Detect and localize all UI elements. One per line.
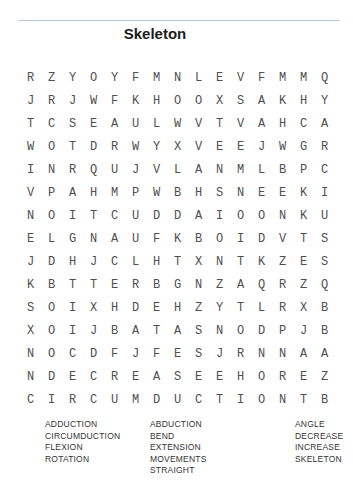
grid-cell-r3c6[interactable]: U [125,112,146,135]
grid-cell-r13c15[interactable]: A [314,342,335,365]
grid-cell-r11c14[interactable]: X [293,296,314,319]
grid-cell-r1c15[interactable]: Q [314,66,335,89]
grid-cell-r2c11[interactable]: S [230,89,251,112]
grid-cell-r13c5[interactable]: F [104,342,125,365]
grid-cell-r2c14[interactable]: H [293,89,314,112]
grid-cell-r10c3[interactable]: T [62,273,83,296]
grid-cell-r3c12[interactable]: A [251,112,272,135]
grid-cell-r14c11[interactable]: H [230,365,251,388]
grid-cell-r7c12[interactable]: O [251,204,272,227]
grid-cell-r7c10[interactable]: I [209,204,230,227]
grid-cell-r9c10[interactable]: N [209,250,230,273]
grid-cell-r12c8[interactable]: A [167,319,188,342]
grid-cell-r4c8[interactable]: X [167,135,188,158]
grid-cell-r7c5[interactable]: C [104,204,125,227]
grid-cell-r5c12[interactable]: L [251,158,272,181]
grid-cell-r12c1[interactable]: X [20,319,41,342]
grid-cell-r13c3[interactable]: C [62,342,83,365]
grid-cell-r6c14[interactable]: K [293,181,314,204]
grid-cell-r5c3[interactable]: R [62,158,83,181]
grid-cell-r11c10[interactable]: Y [209,296,230,319]
grid-cell-r5c13[interactable]: B [272,158,293,181]
grid-cell-r14c3[interactable]: E [62,365,83,388]
grid-cell-r14c9[interactable]: E [188,365,209,388]
grid-cell-r4c9[interactable]: V [188,135,209,158]
grid-cell-r15c3[interactable]: R [62,388,83,411]
grid-cell-r6c12[interactable]: E [251,181,272,204]
grid-cell-r1c9[interactable]: L [188,66,209,89]
grid-cell-r12c13[interactable]: P [272,319,293,342]
grid-cell-r9c11[interactable]: T [230,250,251,273]
grid-cell-r1c3[interactable]: Y [62,66,83,89]
grid-cell-r6c10[interactable]: S [209,181,230,204]
grid-cell-r11c5[interactable]: H [104,296,125,319]
grid-cell-r12c12[interactable]: D [251,319,272,342]
grid-cell-r1c11[interactable]: V [230,66,251,89]
grid-cell-r8c10[interactable]: O [209,227,230,250]
grid-cell-r7c8[interactable]: D [167,204,188,227]
grid-cell-r15c7[interactable]: D [146,388,167,411]
grid-cell-r5c1[interactable]: I [20,158,41,181]
page: Skeleton RZYOYFMNLEVFMMQJRJWFKHOOXSAKHYT… [0,0,353,500]
grid-cell-r10c11[interactable]: A [230,273,251,296]
grid-cell-r9c13[interactable]: Z [272,250,293,273]
grid-cell-r15c14[interactable]: T [293,388,314,411]
grid-cell-r10c9[interactable]: N [188,273,209,296]
grid-cell-r12c15[interactable]: B [314,319,335,342]
grid-cell-r8c2[interactable]: L [41,227,62,250]
grid-cell-r2c1[interactable]: J [20,89,41,112]
grid-cell-r9c2[interactable]: D [41,250,62,273]
grid-cell-r4c14[interactable]: G [293,135,314,158]
grid-cell-r12c6[interactable]: A [125,319,146,342]
grid-cell-r14c13[interactable]: R [272,365,293,388]
grid-cell-r14c12[interactable]: O [251,365,272,388]
grid-cell-r4c7[interactable]: Y [146,135,167,158]
grid-cell-r7c4[interactable]: T [83,204,104,227]
grid-cell-r8c6[interactable]: U [125,227,146,250]
grid-cell-r6c13[interactable]: E [272,181,293,204]
grid-cell-r2c6[interactable]: K [125,89,146,112]
grid-cell-r10c15[interactable]: Q [314,273,335,296]
grid-cell-r8c13[interactable]: V [272,227,293,250]
grid-cell-r7c7[interactable]: D [146,204,167,227]
grid-cell-r2c10[interactable]: X [209,89,230,112]
grid-cell-r1c1[interactable]: R [20,66,41,89]
grid-cell-r9c15[interactable]: S [314,250,335,273]
grid-cell-r11c7[interactable]: E [146,296,167,319]
grid-cell-r13c1[interactable]: N [20,342,41,365]
grid-cell-r1c12[interactable]: F [251,66,272,89]
grid-cell-r7c2[interactable]: O [41,204,62,227]
grid-cell-r2c8[interactable]: O [167,89,188,112]
grid-cell-r6c1[interactable]: V [20,181,41,204]
grid-cell-r5c14[interactable]: P [293,158,314,181]
word-list-item: MOVEMENTS [150,454,207,466]
word-list-column-3: ANGLE DECREASE INCREASE SKELETON [295,419,343,465]
grid-cell-r6c4[interactable]: H [83,181,104,204]
grid-cell-r2c13[interactable]: K [272,89,293,112]
grid-cell-r10c12[interactable]: Q [251,273,272,296]
word-list-column-2: ABDUCTION BEND EXTENSION MOVEMENTS STRAI… [150,419,207,477]
grid-cell-r6c5[interactable]: M [104,181,125,204]
grid-cell-r14c1[interactable]: N [20,365,41,388]
grid-cell-r15c13[interactable]: N [272,388,293,411]
grid-cell-r4c4[interactable]: D [83,135,104,158]
grid-cell-r3c8[interactable]: W [167,112,188,135]
grid-cell-r3c14[interactable]: C [293,112,314,135]
grid-cell-r9c12[interactable]: K [251,250,272,273]
grid-cell-r7c13[interactable]: N [272,204,293,227]
grid-cell-r15c10[interactable]: T [209,388,230,411]
word-list-item: ROTATION [45,454,120,466]
grid-cell-r10c4[interactable]: T [83,273,104,296]
grid-cell-r10c14[interactable]: Z [293,273,314,296]
grid-cell-r1c4[interactable]: O [83,66,104,89]
grid-cell-r11c2[interactable]: O [41,296,62,319]
grid-cell-r2c12[interactable]: A [251,89,272,112]
grid-cell-r14c2[interactable]: D [41,365,62,388]
grid-cell-r6c6[interactable]: P [125,181,146,204]
grid-cell-r9c7[interactable]: H [146,250,167,273]
grid-cell-r2c15[interactable]: Y [314,89,335,112]
grid-cell-r5c7[interactable]: V [146,158,167,181]
grid-cell-r14c6[interactable]: E [125,365,146,388]
grid-cell-r4c6[interactable]: W [125,135,146,158]
grid-cell-r8c8[interactable]: K [167,227,188,250]
grid-cell-r3c4[interactable]: E [83,112,104,135]
grid-cell-r2c9[interactable]: O [188,89,209,112]
grid-cell-r4c1[interactable]: W [20,135,41,158]
grid-cell-r11c13[interactable]: R [272,296,293,319]
grid-cell-r5c8[interactable]: L [167,158,188,181]
grid-cell-r15c5[interactable]: U [104,388,125,411]
grid-cell-r12c9[interactable]: S [188,319,209,342]
grid-cell-r11c8[interactable]: H [167,296,188,319]
grid-cell-r13c11[interactable]: R [230,342,251,365]
grid-cell-r15c8[interactable]: U [167,388,188,411]
grid-cell-r8c15[interactable]: S [314,227,335,250]
grid-cell-r11c11[interactable]: T [230,296,251,319]
grid-cell-r8c5[interactable]: A [104,227,125,250]
grid-cell-r6c7[interactable]: W [146,181,167,204]
grid-cell-r11c4[interactable]: X [83,296,104,319]
grid-cell-r8c11[interactable]: I [230,227,251,250]
grid-cell-r1c13[interactable]: M [272,66,293,89]
word-list-item: DECREASE [295,431,343,443]
grid-cell-r10c6[interactable]: R [125,273,146,296]
grid-cell-r11c12[interactable]: L [251,296,272,319]
grid-cell-r13c14[interactable]: A [293,342,314,365]
grid-cell-r8c14[interactable]: T [293,227,314,250]
grid-cell-r7c14[interactable]: K [293,204,314,227]
grid-cell-r2c2[interactable]: R [41,89,62,112]
grid-cell-r7c6[interactable]: U [125,204,146,227]
word-list-item: SKELETON [295,454,343,466]
grid-cell-r8c12[interactable]: D [251,227,272,250]
word-list-item: ADDUCTION [45,419,120,431]
grid-cell-r9c6[interactable]: L [125,250,146,273]
grid-cell-r7c15[interactable]: U [314,204,335,227]
grid-cell-r5c2[interactable]: N [41,158,62,181]
grid-cell-r13c6[interactable]: J [125,342,146,365]
header-divider [18,20,340,21]
grid-cell-r3c11[interactable]: V [230,112,251,135]
grid-cell-r9c5[interactable]: C [104,250,125,273]
word-list-item: EXTENSION [150,442,207,454]
grid-cell-r5c15[interactable]: C [314,158,335,181]
grid-cell-r8c9[interactable]: B [188,227,209,250]
grid-cell-r5c11[interactable]: M [230,158,251,181]
grid-cell-r5c6[interactable]: J [125,158,146,181]
grid-cell-r15c1[interactable]: C [20,388,41,411]
grid-cell-r7c3[interactable]: I [62,204,83,227]
grid-cell-r13c7[interactable]: F [146,342,167,365]
grid-cell-r14c5[interactable]: R [104,365,125,388]
grid-cell-r5c9[interactable]: A [188,158,209,181]
grid-cell-r12c3[interactable]: I [62,319,83,342]
grid-cell-r12c2[interactable]: O [41,319,62,342]
grid-cell-r3c15[interactable]: A [314,112,335,135]
word-list-item: STRAIGHT [150,465,207,477]
grid-cell-r11c3[interactable]: I [62,296,83,319]
grid-cell-r3c13[interactable]: H [272,112,293,135]
grid-cell-r1c7[interactable]: M [146,66,167,89]
grid-cell-r3c2[interactable]: C [41,112,62,135]
grid-cell-r2c7[interactable]: H [146,89,167,112]
grid-cell-r6c8[interactable]: B [167,181,188,204]
grid-cell-r13c4[interactable]: D [83,342,104,365]
grid-cell-r4c12[interactable]: J [251,135,272,158]
grid-cell-r13c2[interactable]: O [41,342,62,365]
grid-cell-r8c7[interactable]: F [146,227,167,250]
grid-cell-r1c5[interactable]: Y [104,66,125,89]
grid-cell-r4c5[interactable]: R [104,135,125,158]
grid-cell-r9c4[interactable]: J [83,250,104,273]
grid-cell-r11c1[interactable]: S [20,296,41,319]
grid-cell-r6c15[interactable]: I [314,181,335,204]
grid-cell-r8c4[interactable]: N [83,227,104,250]
grid-cell-r5c4[interactable]: Q [83,158,104,181]
grid-cell-r13c13[interactable]: N [272,342,293,365]
word-list-item: INCREASE [295,442,343,454]
grid-cell-r9c9[interactable]: X [188,250,209,273]
grid-cell-r4c3[interactable]: T [62,135,83,158]
grid-cell-r15c12[interactable]: O [251,388,272,411]
word-list-item: ANGLE [295,419,343,431]
grid-cell-r10c8[interactable]: G [167,273,188,296]
grid-cell-r15c15[interactable]: B [314,388,335,411]
grid-cell-r3c10[interactable]: T [209,112,230,135]
grid-cell-r3c5[interactable]: A [104,112,125,135]
grid-cell-r15c11[interactable]: I [230,388,251,411]
grid-cell-r6c11[interactable]: N [230,181,251,204]
word-list-item: FLEXION [45,442,120,454]
grid-cell-r15c4[interactable]: C [83,388,104,411]
grid-cell-r14c7[interactable]: A [146,365,167,388]
grid-cell-r12c4[interactable]: J [83,319,104,342]
grid-cell-r1c2[interactable]: Z [41,66,62,89]
word-list-item: BEND [150,431,207,443]
grid-cell-r13c10[interactable]: J [209,342,230,365]
puzzle-title: Skeleton [0,25,310,42]
grid-cell-r14c4[interactable]: C [83,365,104,388]
grid-cell-r10c2[interactable]: B [41,273,62,296]
grid-cell-r15c9[interactable]: C [188,388,209,411]
grid-cell-r13c12[interactable]: N [251,342,272,365]
grid-cell-r11c6[interactable]: D [125,296,146,319]
grid-cell-r2c3[interactable]: J [62,89,83,112]
word-list-item: ABDUCTION [150,419,207,431]
grid-cell-r13c9[interactable]: S [188,342,209,365]
grid-cell-r14c14[interactable]: E [293,365,314,388]
grid-cell-r12c5[interactable]: B [104,319,125,342]
grid-cell-r3c3[interactable]: S [62,112,83,135]
grid-cell-r6c9[interactable]: H [188,181,209,204]
grid-cell-r12c7[interactable]: T [146,319,167,342]
grid-cell-r5c5[interactable]: U [104,158,125,181]
grid-cell-r8c1[interactable]: E [20,227,41,250]
grid-cell-r12c11[interactable]: O [230,319,251,342]
grid-cell-r4c13[interactable]: W [272,135,293,158]
grid-cell-r11c9[interactable]: Z [188,296,209,319]
grid-cell-r10c13[interactable]: R [272,273,293,296]
grid-cell-r7c1[interactable]: N [20,204,41,227]
grid-cell-r10c5[interactable]: E [104,273,125,296]
grid-cell-r4c11[interactable]: E [230,135,251,158]
word-list-column-1: ADDUCTION CIRCUMDUCTION FLEXION ROTATION [45,419,120,465]
grid-cell-r9c3[interactable]: H [62,250,83,273]
grid-cell-r12c14[interactable]: J [293,319,314,342]
grid-cell-r1c10[interactable]: E [209,66,230,89]
grid-cell-r10c10[interactable]: Z [209,273,230,296]
grid-cell-r11c15[interactable]: B [314,296,335,319]
grid-cell-r1c14[interactable]: M [293,66,314,89]
grid-cell-r5c10[interactable]: N [209,158,230,181]
grid-cell-r6c3[interactable]: A [62,181,83,204]
grid-cell-r9c8[interactable]: T [167,250,188,273]
grid-cell-r9c14[interactable]: E [293,250,314,273]
grid-cell-r14c8[interactable]: S [167,365,188,388]
grid-cell-r15c2[interactable]: I [41,388,62,411]
grid-cell-r7c11[interactable]: O [230,204,251,227]
grid-cell-r2c4[interactable]: W [83,89,104,112]
grid-cell-r15c6[interactable]: M [125,388,146,411]
grid-cell-r1c6[interactable]: F [125,66,146,89]
grid-cell-r4c10[interactable]: E [209,135,230,158]
grid-cell-r13c8[interactable]: E [167,342,188,365]
grid-cell-r6c2[interactable]: P [41,181,62,204]
grid-cell-r1c8[interactable]: N [167,66,188,89]
grid-cell-r12c10[interactable]: N [209,319,230,342]
word-search-grid: RZYOYFMNLEVFMMQJRJWFKHOOXSAKHYTCSEAULWVT… [20,66,335,411]
grid-cell-r8c3[interactable]: G [62,227,83,250]
word-list-item: CIRCUMDUCTION [45,431,120,443]
grid-cell-r3c1[interactable]: T [20,112,41,135]
grid-cell-r9c1[interactable]: J [20,250,41,273]
grid-cell-r7c9[interactable]: A [188,204,209,227]
grid-cell-r2c5[interactable]: F [104,89,125,112]
grid-cell-r14c15[interactable]: Z [314,365,335,388]
grid-cell-r4c15[interactable]: R [314,135,335,158]
grid-cell-r4c2[interactable]: O [41,135,62,158]
grid-cell-r10c1[interactable]: K [20,273,41,296]
grid-cell-r3c9[interactable]: V [188,112,209,135]
grid-cell-r10c7[interactable]: B [146,273,167,296]
grid-cell-r14c10[interactable]: E [209,365,230,388]
grid-cell-r3c7[interactable]: L [146,112,167,135]
